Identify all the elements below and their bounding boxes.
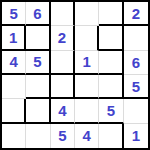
- given-digit: 1: [132, 127, 140, 144]
- cell-r3c6[interactable]: 6: [124, 51, 148, 75]
- given-digit: 6: [132, 54, 140, 71]
- cell-r4c6[interactable]: 5: [124, 75, 148, 99]
- given-digit: 5: [33, 53, 41, 70]
- cell-r4c1[interactable]: [2, 75, 26, 99]
- cell-r5c3[interactable]: 4: [51, 99, 75, 123]
- cell-r6c2[interactable]: [26, 124, 50, 148]
- cell-r3c1[interactable]: 4: [2, 51, 26, 75]
- cell-r2c5[interactable]: [99, 26, 123, 50]
- given-digit: 6: [33, 5, 41, 22]
- given-digit: 2: [58, 29, 66, 46]
- given-digit: 2: [132, 5, 140, 22]
- given-digit: 1: [9, 29, 17, 46]
- cell-r6c6[interactable]: 1: [124, 124, 148, 148]
- cell-r2c6[interactable]: [124, 26, 148, 50]
- puzzle-board: 562124516545541: [0, 0, 150, 150]
- cell-r6c5[interactable]: [99, 124, 123, 148]
- given-digit: 5: [132, 78, 140, 95]
- cell-r2c3[interactable]: 2: [51, 26, 75, 50]
- cell-r3c5[interactable]: [99, 51, 123, 75]
- cell-r5c5[interactable]: 5: [99, 99, 123, 123]
- cell-r2c4[interactable]: [75, 26, 99, 50]
- cell-r1c5[interactable]: [99, 2, 123, 26]
- given-digit: 5: [58, 127, 66, 144]
- given-digit: 4: [82, 127, 90, 144]
- cell-r6c4[interactable]: 4: [75, 124, 99, 148]
- cell-r5c1[interactable]: [2, 99, 26, 123]
- cell-r5c2[interactable]: [26, 99, 50, 123]
- given-digit: 4: [58, 102, 66, 119]
- cell-r4c2[interactable]: [26, 75, 50, 99]
- given-digit: 4: [9, 53, 17, 70]
- cell-r1c6[interactable]: 2: [124, 2, 148, 26]
- cell-r3c4[interactable]: 1: [75, 51, 99, 75]
- cell-r1c2[interactable]: 6: [26, 2, 50, 26]
- cell-r3c3[interactable]: [51, 51, 75, 75]
- cell-r2c2[interactable]: [26, 26, 50, 50]
- cell-r4c5[interactable]: [99, 75, 123, 99]
- given-digit: 5: [107, 102, 115, 119]
- cell-r4c3[interactable]: [51, 75, 75, 99]
- cell-r2c1[interactable]: 1: [2, 26, 26, 50]
- cell-r5c4[interactable]: [75, 99, 99, 123]
- given-digit: 5: [9, 5, 17, 22]
- cell-r1c1[interactable]: 5: [2, 2, 26, 26]
- cell-r5c6[interactable]: [124, 99, 148, 123]
- cell-r1c3[interactable]: [51, 2, 75, 26]
- cell-r1c4[interactable]: [75, 2, 99, 26]
- cell-r4c4[interactable]: [75, 75, 99, 99]
- given-digit: 1: [82, 53, 90, 70]
- cell-r3c2[interactable]: 5: [26, 51, 50, 75]
- cell-r6c1[interactable]: [2, 124, 26, 148]
- cell-r6c3[interactable]: 5: [51, 124, 75, 148]
